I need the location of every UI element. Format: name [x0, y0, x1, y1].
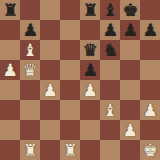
- square-b1[interactable]: ♜: [20, 140, 40, 160]
- square-e3[interactable]: [80, 100, 100, 120]
- square-g1[interactable]: [120, 140, 140, 160]
- square-h3[interactable]: ♟: [140, 100, 160, 120]
- square-h5[interactable]: [140, 60, 160, 80]
- square-f1[interactable]: [100, 140, 120, 160]
- square-g4[interactable]: [120, 80, 140, 100]
- square-e6[interactable]: ♛: [80, 40, 100, 60]
- piece-black-pawn[interactable]: ♟: [22, 20, 37, 40]
- piece-white-pawn[interactable]: ♟: [2, 60, 17, 80]
- square-b4[interactable]: [20, 80, 40, 100]
- piece-white-rook[interactable]: ♜: [22, 140, 37, 160]
- square-h8[interactable]: [140, 0, 160, 20]
- square-c3[interactable]: [40, 100, 60, 120]
- piece-black-pawn[interactable]: ♟: [102, 20, 117, 40]
- piece-white-bishop[interactable]: ♝: [22, 40, 37, 60]
- square-b3[interactable]: [20, 100, 40, 120]
- square-g3[interactable]: [120, 100, 140, 120]
- square-f7[interactable]: ♟: [100, 20, 120, 40]
- piece-black-knight[interactable]: ♞: [102, 40, 117, 60]
- square-e2[interactable]: [80, 120, 100, 140]
- square-a4[interactable]: [0, 80, 20, 100]
- square-g5[interactable]: [120, 60, 140, 80]
- square-d2[interactable]: [60, 120, 80, 140]
- square-h2[interactable]: [140, 120, 160, 140]
- square-h4[interactable]: [140, 80, 160, 100]
- square-e1[interactable]: [80, 140, 100, 160]
- square-d3[interactable]: [60, 100, 80, 120]
- piece-black-queen[interactable]: ♛: [82, 40, 97, 60]
- square-d1[interactable]: ♜: [60, 140, 80, 160]
- square-b2[interactable]: [20, 120, 40, 140]
- square-e5[interactable]: ♟: [80, 60, 100, 80]
- square-b6[interactable]: ♝: [20, 40, 40, 60]
- square-h6[interactable]: [140, 40, 160, 60]
- square-c1[interactable]: [40, 140, 60, 160]
- square-c4[interactable]: ♟: [40, 80, 60, 100]
- piece-black-rook[interactable]: ♜: [82, 0, 97, 20]
- square-g2[interactable]: ♟: [120, 120, 140, 140]
- square-g6[interactable]: [120, 40, 140, 60]
- piece-white-pawn[interactable]: ♟: [42, 80, 57, 100]
- square-f3[interactable]: ♝: [100, 100, 120, 120]
- piece-white-pawn[interactable]: ♟: [122, 120, 137, 140]
- square-f6[interactable]: ♞: [100, 40, 120, 60]
- piece-white-bishop[interactable]: ♝: [102, 100, 117, 120]
- piece-black-king[interactable]: ♚: [122, 0, 137, 20]
- square-e4[interactable]: ♟: [80, 80, 100, 100]
- square-f2[interactable]: [100, 120, 120, 140]
- square-a3[interactable]: [0, 100, 20, 120]
- square-d5[interactable]: [60, 60, 80, 80]
- piece-black-pawn[interactable]: ♟: [122, 20, 137, 40]
- piece-white-queen[interactable]: ♛: [22, 60, 37, 80]
- square-a1[interactable]: [0, 140, 20, 160]
- square-c2[interactable]: [40, 120, 60, 140]
- piece-white-rook[interactable]: ♜: [62, 140, 77, 160]
- square-d4[interactable]: [60, 80, 80, 100]
- square-h7[interactable]: ♟: [140, 20, 160, 40]
- square-d6[interactable]: [60, 40, 80, 60]
- piece-black-bishop[interactable]: ♝: [102, 0, 117, 20]
- square-c7[interactable]: [40, 20, 60, 40]
- square-d8[interactable]: [60, 0, 80, 20]
- square-b5[interactable]: ♛: [20, 60, 40, 80]
- piece-white-king[interactable]: ♚: [142, 140, 157, 160]
- piece-black-pawn[interactable]: ♟: [142, 20, 157, 40]
- square-a5[interactable]: ♟: [0, 60, 20, 80]
- piece-white-pawn[interactable]: ♟: [82, 80, 97, 100]
- piece-white-pawn[interactable]: ♟: [142, 100, 157, 120]
- square-a8[interactable]: ♜: [0, 0, 20, 20]
- square-c5[interactable]: [40, 60, 60, 80]
- square-a2[interactable]: [0, 120, 20, 140]
- square-e7[interactable]: [80, 20, 100, 40]
- square-b7[interactable]: ♟: [20, 20, 40, 40]
- piece-black-pawn[interactable]: ♟: [82, 60, 97, 80]
- square-f4[interactable]: [100, 80, 120, 100]
- square-c6[interactable]: [40, 40, 60, 60]
- square-h1[interactable]: ♚: [140, 140, 160, 160]
- square-g7[interactable]: ♟: [120, 20, 140, 40]
- square-f5[interactable]: [100, 60, 120, 80]
- square-b8[interactable]: [20, 0, 40, 20]
- piece-black-rook[interactable]: ♜: [2, 0, 17, 20]
- square-c8[interactable]: [40, 0, 60, 20]
- chess-board: ♜♜♝♚♟♟♟♟♝♛♞♟♛♟♟♟♝♟♟♜♜♚: [0, 0, 160, 160]
- square-a6[interactable]: [0, 40, 20, 60]
- square-e8[interactable]: ♜: [80, 0, 100, 20]
- square-a7[interactable]: [0, 20, 20, 40]
- square-f8[interactable]: ♝: [100, 0, 120, 20]
- square-g8[interactable]: ♚: [120, 0, 140, 20]
- square-d7[interactable]: [60, 20, 80, 40]
